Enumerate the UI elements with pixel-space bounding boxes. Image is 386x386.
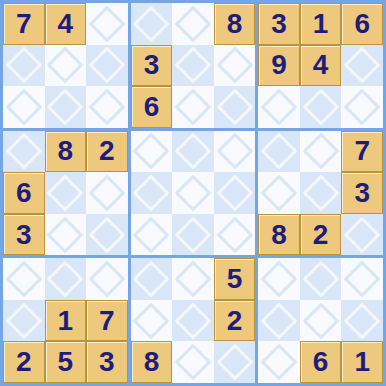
diamond-ornament bbox=[88, 261, 125, 298]
cell-r5c4[interactable] bbox=[131, 172, 173, 214]
cell-r2c8[interactable]: 4 bbox=[300, 45, 342, 87]
cell-r5c5[interactable] bbox=[172, 172, 214, 214]
given-digit: 6 bbox=[144, 93, 160, 121]
cell-r3c9[interactable] bbox=[341, 86, 383, 128]
cell-r5c9[interactable]: 3 bbox=[341, 172, 383, 214]
cell-r6c3[interactable] bbox=[86, 214, 128, 256]
diamond-ornament bbox=[47, 261, 84, 298]
cell-r9c8[interactable]: 6 bbox=[300, 341, 342, 383]
diamond-ornament bbox=[216, 133, 253, 170]
diamond-ornament bbox=[133, 302, 170, 339]
cell-r8c2[interactable]: 1 bbox=[45, 300, 87, 342]
cell-r8c1[interactable] bbox=[3, 300, 45, 342]
diamond-ornament bbox=[302, 261, 339, 298]
cell-r6c8[interactable]: 2 bbox=[300, 214, 342, 256]
diamond-ornament bbox=[344, 216, 381, 253]
cell-r3c3[interactable] bbox=[86, 86, 128, 128]
cell-r2c1[interactable] bbox=[3, 45, 45, 87]
cell-r3c2[interactable] bbox=[45, 86, 87, 128]
cell-r9c5[interactable] bbox=[172, 341, 214, 383]
cell-r3c5[interactable] bbox=[172, 86, 214, 128]
cell-r9c2[interactable]: 5 bbox=[45, 341, 87, 383]
given-digit: 2 bbox=[313, 221, 329, 249]
given-digit: 1 bbox=[313, 10, 329, 38]
given-digit: 3 bbox=[99, 348, 115, 376]
diamond-ornament bbox=[261, 302, 298, 339]
given-digit: 5 bbox=[58, 348, 74, 376]
diamond-ornament bbox=[47, 175, 84, 212]
diamond-ornament bbox=[175, 344, 212, 381]
diamond-ornament bbox=[88, 47, 125, 84]
diamond-ornament bbox=[216, 175, 253, 212]
cell-r7c9[interactable] bbox=[341, 258, 383, 300]
given-digit: 5 bbox=[227, 265, 243, 293]
cell-r9c1[interactable]: 2 bbox=[3, 341, 45, 383]
given-digit: 1 bbox=[58, 307, 74, 335]
cell-r6c9[interactable] bbox=[341, 214, 383, 256]
given-digit: 6 bbox=[354, 10, 370, 38]
cell-r3c4[interactable]: 6 bbox=[131, 86, 173, 128]
given-digit: 2 bbox=[227, 307, 243, 335]
diamond-ornament bbox=[133, 133, 170, 170]
given-digit: 9 bbox=[271, 51, 287, 79]
diamond-ornament bbox=[133, 5, 170, 42]
cell-r1c3[interactable] bbox=[86, 3, 128, 45]
given-digit: 6 bbox=[313, 348, 329, 376]
cell-r7c4[interactable] bbox=[131, 258, 173, 300]
cell-r5c1[interactable]: 6 bbox=[3, 172, 45, 214]
diamond-ornament bbox=[133, 216, 170, 253]
diamond-ornament bbox=[47, 47, 84, 84]
cell-r4c2[interactable]: 8 bbox=[45, 131, 87, 173]
diamond-ornament bbox=[133, 261, 170, 298]
cell-r2c3[interactable] bbox=[86, 45, 128, 87]
cell-r8c5[interactable] bbox=[172, 300, 214, 342]
diamond-ornament bbox=[5, 133, 42, 170]
cell-r1c9[interactable]: 6 bbox=[341, 3, 383, 45]
cell-r9c3[interactable]: 3 bbox=[86, 341, 128, 383]
box-r2c2 bbox=[131, 131, 256, 256]
cell-r7c1[interactable] bbox=[3, 258, 45, 300]
diamond-ornament bbox=[261, 175, 298, 212]
diamond-ornament bbox=[175, 47, 212, 84]
given-digit: 2 bbox=[16, 348, 32, 376]
diamond-ornament bbox=[344, 261, 381, 298]
cell-r9c4[interactable]: 8 bbox=[131, 341, 173, 383]
cell-r4c4[interactable] bbox=[131, 131, 173, 173]
cell-r1c7[interactable]: 3 bbox=[258, 3, 300, 45]
cell-r2c9[interactable] bbox=[341, 45, 383, 87]
cell-r7c5[interactable] bbox=[172, 258, 214, 300]
diamond-ornament bbox=[216, 88, 253, 125]
cell-r1c6[interactable]: 8 bbox=[214, 3, 256, 45]
given-digit: 3 bbox=[354, 179, 370, 207]
cell-r9c6[interactable] bbox=[214, 341, 256, 383]
given-digit: 7 bbox=[354, 137, 370, 165]
cell-r4c6[interactable] bbox=[214, 131, 256, 173]
cell-r6c5[interactable] bbox=[172, 214, 214, 256]
cell-r5c2[interactable] bbox=[45, 172, 87, 214]
given-digit: 8 bbox=[271, 221, 287, 249]
given-digit: 3 bbox=[144, 51, 160, 79]
given-digit: 8 bbox=[58, 137, 74, 165]
box-r1c2: 836 bbox=[131, 3, 256, 128]
cell-r7c7[interactable] bbox=[258, 258, 300, 300]
given-digit: 6 bbox=[16, 179, 32, 207]
cell-r3c1[interactable] bbox=[3, 86, 45, 128]
cell-r6c6[interactable] bbox=[214, 214, 256, 256]
cell-r4c3[interactable]: 2 bbox=[86, 131, 128, 173]
diamond-ornament bbox=[175, 261, 212, 298]
cell-r5c3[interactable] bbox=[86, 172, 128, 214]
cell-r2c4[interactable]: 3 bbox=[131, 45, 173, 87]
diamond-ornament bbox=[175, 302, 212, 339]
box-r1c3: 31694 bbox=[258, 3, 383, 128]
given-digit: 7 bbox=[16, 10, 32, 38]
diamond-ornament bbox=[175, 133, 212, 170]
given-digit: 2 bbox=[99, 137, 115, 165]
diamond-ornament bbox=[216, 216, 253, 253]
diamond-ornament bbox=[88, 5, 125, 42]
cell-r9c9[interactable]: 1 bbox=[341, 341, 383, 383]
cell-r8c4[interactable] bbox=[131, 300, 173, 342]
diamond-ornament bbox=[302, 302, 339, 339]
diamond-ornament bbox=[261, 261, 298, 298]
diamond-ornament bbox=[175, 88, 212, 125]
diamond-ornament bbox=[302, 88, 339, 125]
cell-r1c2[interactable]: 4 bbox=[45, 3, 87, 45]
diamond-ornament bbox=[344, 302, 381, 339]
diamond-ornament bbox=[344, 47, 381, 84]
diamond-ornament bbox=[88, 175, 125, 212]
cell-r8c6[interactable]: 2 bbox=[214, 300, 256, 342]
cell-r7c8[interactable] bbox=[300, 258, 342, 300]
diamond-ornament bbox=[216, 344, 253, 381]
given-digit: 8 bbox=[227, 10, 243, 38]
given-digit: 1 bbox=[354, 348, 370, 376]
box-r3c1: 17253 bbox=[3, 258, 128, 383]
box-r1c1: 74 bbox=[3, 3, 128, 128]
diamond-ornament bbox=[47, 88, 84, 125]
cell-r4c1[interactable] bbox=[3, 131, 45, 173]
cell-r2c5[interactable] bbox=[172, 45, 214, 87]
diamond-ornament bbox=[344, 88, 381, 125]
diamond-ornament bbox=[261, 88, 298, 125]
box-r3c3: 61 bbox=[258, 258, 383, 383]
diamond-ornament bbox=[47, 216, 84, 253]
given-digit: 3 bbox=[16, 221, 32, 249]
cell-r8c9[interactable] bbox=[341, 300, 383, 342]
cell-r1c5[interactable] bbox=[172, 3, 214, 45]
cell-r2c6[interactable] bbox=[214, 45, 256, 87]
given-digit: 3 bbox=[271, 10, 287, 38]
cell-r5c8[interactable] bbox=[300, 172, 342, 214]
diamond-ornament bbox=[88, 88, 125, 125]
cell-r4c7[interactable] bbox=[258, 131, 300, 173]
cell-r3c7[interactable] bbox=[258, 86, 300, 128]
cell-r4c5[interactable] bbox=[172, 131, 214, 173]
box-r2c3: 7382 bbox=[258, 131, 383, 256]
cell-r6c1[interactable]: 3 bbox=[3, 214, 45, 256]
cell-r3c6[interactable] bbox=[214, 86, 256, 128]
cell-r8c8[interactable] bbox=[300, 300, 342, 342]
cell-r1c1[interactable]: 7 bbox=[3, 3, 45, 45]
cell-r4c9[interactable]: 7 bbox=[341, 131, 383, 173]
given-digit: 8 bbox=[144, 348, 160, 376]
diamond-ornament bbox=[175, 175, 212, 212]
cell-r7c3[interactable] bbox=[86, 258, 128, 300]
cell-r6c4[interactable] bbox=[131, 214, 173, 256]
diamond-ornament bbox=[261, 133, 298, 170]
diamond-ornament bbox=[175, 216, 212, 253]
diamond-ornament bbox=[302, 175, 339, 212]
diamond-ornament bbox=[88, 216, 125, 253]
diamond-ornament bbox=[133, 175, 170, 212]
diamond-ornament bbox=[5, 302, 42, 339]
diamond-ornament bbox=[5, 261, 42, 298]
cell-r8c3[interactable]: 7 bbox=[86, 300, 128, 342]
cell-r1c8[interactable]: 1 bbox=[300, 3, 342, 45]
given-digit: 7 bbox=[99, 307, 115, 335]
diamond-ornament bbox=[5, 88, 42, 125]
cell-r2c7[interactable]: 9 bbox=[258, 45, 300, 87]
diamond-ornament bbox=[261, 344, 298, 381]
cell-r8c7[interactable] bbox=[258, 300, 300, 342]
cell-r7c6[interactable]: 5 bbox=[214, 258, 256, 300]
cell-r1c4[interactable] bbox=[131, 3, 173, 45]
cell-r2c2[interactable] bbox=[45, 45, 87, 87]
cell-r6c7[interactable]: 8 bbox=[258, 214, 300, 256]
diamond-ornament bbox=[175, 5, 212, 42]
cell-r5c7[interactable] bbox=[258, 172, 300, 214]
diamond-ornament bbox=[302, 133, 339, 170]
cell-r6c2[interactable] bbox=[45, 214, 87, 256]
box-r2c1: 8263 bbox=[3, 131, 128, 256]
diamond-ornament bbox=[216, 47, 253, 84]
cell-r9c7[interactable] bbox=[258, 341, 300, 383]
cell-r5c6[interactable] bbox=[214, 172, 256, 214]
given-digit: 4 bbox=[58, 10, 74, 38]
box-r3c2: 528 bbox=[131, 258, 256, 383]
cell-r3c8[interactable] bbox=[300, 86, 342, 128]
sudoku-board: 7483631694826373821725352861 bbox=[0, 0, 386, 386]
cell-r7c2[interactable] bbox=[45, 258, 87, 300]
diamond-ornament bbox=[5, 47, 42, 84]
cell-r4c8[interactable] bbox=[300, 131, 342, 173]
given-digit: 4 bbox=[313, 51, 329, 79]
